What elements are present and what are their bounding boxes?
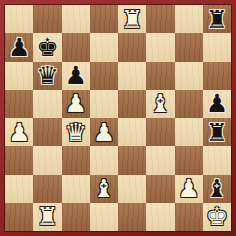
piece-black-queen-b6[interactable]: ♛ (36, 63, 58, 88)
square-e1[interactable] (118, 203, 146, 231)
square-a3[interactable] (5, 146, 33, 174)
piece-white-king-h1[interactable]: ♚ (206, 204, 228, 229)
square-d8[interactable] (90, 5, 118, 33)
square-g5[interactable] (175, 90, 203, 118)
square-f6[interactable] (146, 62, 174, 90)
square-g8[interactable] (175, 5, 203, 33)
square-c3[interactable] (62, 146, 90, 174)
square-e4[interactable] (118, 118, 146, 146)
square-c4[interactable]: ♛ (62, 118, 90, 146)
square-a8[interactable] (5, 5, 33, 33)
square-b1[interactable]: ♜ (33, 203, 61, 231)
square-b7[interactable]: ♚ (33, 33, 61, 61)
square-e7[interactable] (118, 33, 146, 61)
square-d1[interactable] (90, 203, 118, 231)
piece-white-queen-c4[interactable]: ♛ (64, 120, 86, 145)
chess-board: ♜♜♟♚♛♟♟♝♟♟♛♟♜♝♟♝♜♚ (5, 5, 231, 231)
square-g3[interactable] (175, 146, 203, 174)
square-h7[interactable] (203, 33, 231, 61)
square-g2[interactable]: ♟ (175, 175, 203, 203)
square-b2[interactable] (33, 175, 61, 203)
square-b3[interactable] (33, 146, 61, 174)
piece-white-pawn-a4[interactable]: ♟ (8, 120, 30, 145)
piece-white-pawn-d4[interactable]: ♟ (93, 120, 115, 145)
square-f2[interactable] (146, 175, 174, 203)
square-g1[interactable] (175, 203, 203, 231)
piece-white-rook-b1[interactable]: ♜ (36, 204, 58, 229)
square-e3[interactable] (118, 146, 146, 174)
square-a5[interactable] (5, 90, 33, 118)
square-f3[interactable] (146, 146, 174, 174)
square-g6[interactable] (175, 62, 203, 90)
square-a6[interactable] (5, 62, 33, 90)
square-a2[interactable] (5, 175, 33, 203)
square-f8[interactable] (146, 5, 174, 33)
square-d7[interactable] (90, 33, 118, 61)
square-e6[interactable] (118, 62, 146, 90)
square-e2[interactable] (118, 175, 146, 203)
square-h6[interactable] (203, 62, 231, 90)
square-b4[interactable] (33, 118, 61, 146)
square-h8[interactable]: ♜ (203, 5, 231, 33)
piece-white-pawn-c5[interactable]: ♟ (64, 91, 86, 116)
square-d5[interactable] (90, 90, 118, 118)
square-d3[interactable] (90, 146, 118, 174)
square-h5[interactable]: ♟ (203, 90, 231, 118)
square-e5[interactable] (118, 90, 146, 118)
piece-black-rook-h4[interactable]: ♜ (206, 120, 228, 145)
square-b6[interactable]: ♛ (33, 62, 61, 90)
piece-black-rook-h8[interactable]: ♜ (206, 7, 228, 32)
piece-white-bishop-f5[interactable]: ♝ (149, 91, 171, 116)
square-c1[interactable] (62, 203, 90, 231)
piece-white-bishop-d2[interactable]: ♝ (93, 176, 115, 201)
square-c5[interactable]: ♟ (62, 90, 90, 118)
square-a4[interactable]: ♟ (5, 118, 33, 146)
square-f7[interactable] (146, 33, 174, 61)
square-d6[interactable] (90, 62, 118, 90)
square-f4[interactable] (146, 118, 174, 146)
square-c8[interactable] (62, 5, 90, 33)
square-d4[interactable]: ♟ (90, 118, 118, 146)
piece-black-pawn-c6[interactable]: ♟ (64, 63, 86, 88)
square-h1[interactable]: ♚ (203, 203, 231, 231)
square-c6[interactable]: ♟ (62, 62, 90, 90)
piece-white-rook-e8[interactable]: ♜ (121, 7, 143, 32)
square-a7[interactable]: ♟ (5, 33, 33, 61)
square-h3[interactable] (203, 146, 231, 174)
square-a1[interactable] (5, 203, 33, 231)
square-h4[interactable]: ♜ (203, 118, 231, 146)
piece-black-pawn-a7[interactable]: ♟ (8, 35, 30, 60)
square-b5[interactable] (33, 90, 61, 118)
piece-white-pawn-g2[interactable]: ♟ (177, 176, 199, 201)
square-d2[interactable]: ♝ (90, 175, 118, 203)
board-frame: ♜♜♟♚♛♟♟♝♟♟♛♟♜♝♟♝♜♚ (0, 0, 236, 236)
piece-black-bishop-h2[interactable]: ♝ (206, 176, 228, 201)
square-f5[interactable]: ♝ (146, 90, 174, 118)
square-c7[interactable] (62, 33, 90, 61)
square-h2[interactable]: ♝ (203, 175, 231, 203)
piece-black-king-b7[interactable]: ♚ (36, 35, 58, 60)
square-g4[interactable] (175, 118, 203, 146)
square-e8[interactable]: ♜ (118, 5, 146, 33)
square-f1[interactable] (146, 203, 174, 231)
square-g7[interactable] (175, 33, 203, 61)
piece-black-pawn-h5[interactable]: ♟ (206, 91, 228, 116)
square-b8[interactable] (33, 5, 61, 33)
square-c2[interactable] (62, 175, 90, 203)
